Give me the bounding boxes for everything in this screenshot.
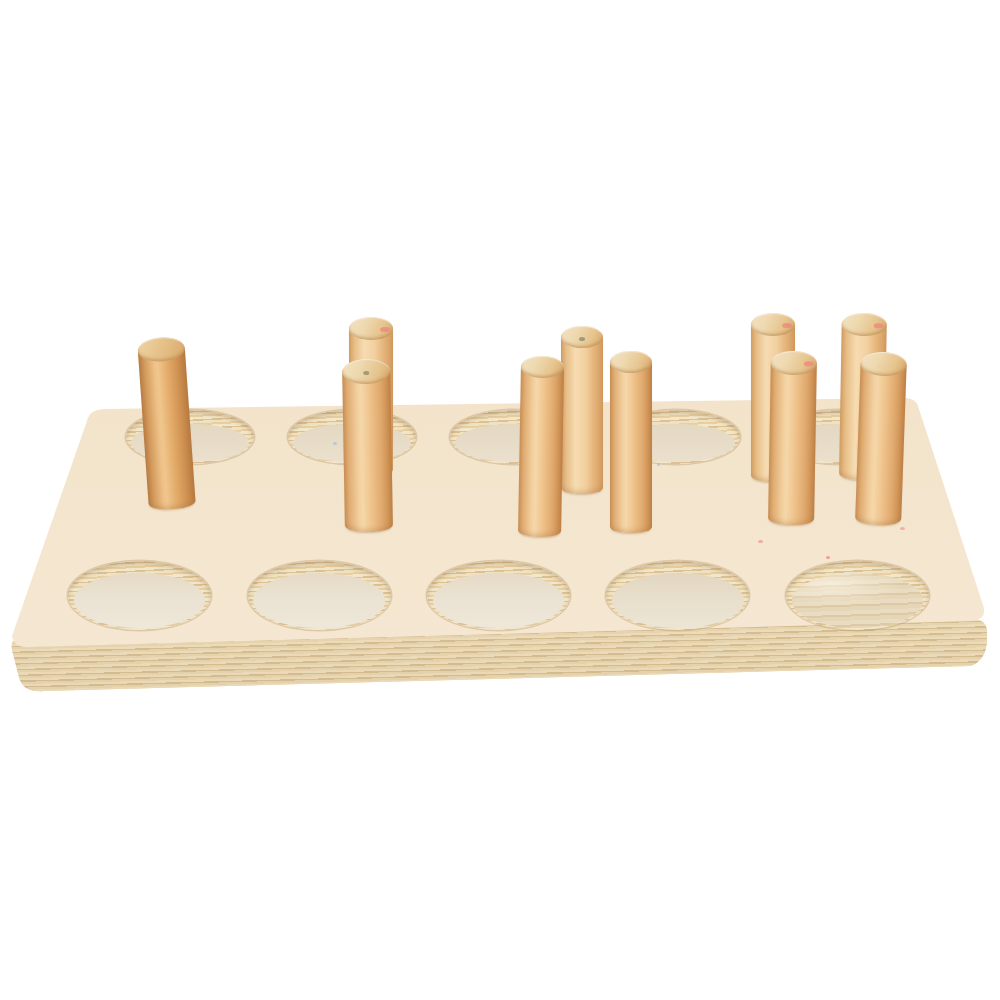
- peg-p2b-group2[interactable]: [342, 360, 393, 533]
- paint-speck: [333, 442, 337, 445]
- peg-top-face: [342, 359, 390, 385]
- peg-top-face: [610, 351, 652, 373]
- hole-cell-front-3: [409, 561, 588, 630]
- hole-cell-front-5: [768, 561, 947, 630]
- hole-interior: [253, 573, 385, 628]
- paint-speck: [900, 527, 905, 530]
- paint-speck: [657, 463, 660, 466]
- hole-front-2[interactable]: [248, 561, 391, 630]
- hole-front-5[interactable]: [786, 561, 929, 630]
- hole-row-front: [50, 561, 947, 630]
- peg-top-face: [349, 317, 393, 340]
- hole-interior: [74, 573, 206, 628]
- peg-p3b-group3[interactable]: [561, 327, 603, 494]
- peg-top-face: [860, 351, 907, 377]
- peg-p3a-group3[interactable]: [518, 357, 564, 538]
- hole-cell-front-4: [588, 561, 767, 630]
- peg-top-face: [751, 313, 795, 336]
- hole-front-3[interactable]: [427, 561, 570, 630]
- peg-p4d-group4[interactable]: [855, 352, 907, 526]
- hole-cell-front-2: [229, 561, 408, 630]
- paint-speck: [826, 556, 830, 559]
- peg-top-face: [520, 356, 563, 379]
- peg-top-face: [137, 336, 186, 363]
- hole-interior: [612, 573, 744, 628]
- hole-front-1[interactable]: [68, 561, 211, 630]
- peg-top-face: [771, 351, 817, 376]
- peg-p4b-group4[interactable]: [768, 352, 817, 526]
- peg-p3c-group3[interactable]: [610, 352, 652, 533]
- hole-front-4[interactable]: [606, 561, 749, 630]
- hole-cell-front-1: [50, 561, 229, 630]
- peg-top-face: [561, 326, 603, 348]
- hole-interior: [792, 573, 924, 628]
- peg-board-photo: [0, 0, 1000, 1000]
- paint-speck: [758, 540, 763, 543]
- peg-top-face: [841, 313, 886, 337]
- hole-interior: [433, 573, 565, 628]
